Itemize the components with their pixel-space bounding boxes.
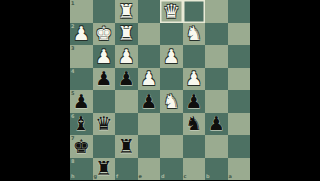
square-e6[interactable] xyxy=(138,113,161,136)
square-c2[interactable]: ♞ xyxy=(183,23,206,46)
white-king-piece[interactable]: ♚ xyxy=(93,23,116,46)
file-label-h: h xyxy=(71,174,75,179)
white-pawn-piece[interactable]: ♟ xyxy=(183,68,206,91)
square-d4[interactable] xyxy=(160,68,183,91)
square-c7[interactable] xyxy=(183,135,206,158)
black-rook-piece[interactable]: ♜ xyxy=(93,158,116,181)
square-a6[interactable] xyxy=(228,113,251,136)
square-f7[interactable]: ♜ xyxy=(115,135,138,158)
square-g8[interactable]: g♜ xyxy=(93,158,116,181)
square-e3[interactable] xyxy=(138,45,161,68)
white-rook-piece[interactable]: ♜ xyxy=(115,23,138,46)
square-g1[interactable] xyxy=(93,0,116,23)
file-label-d: d xyxy=(161,174,165,179)
white-pawn-piece[interactable]: ♟ xyxy=(160,45,183,68)
black-rook-piece[interactable]: ♜ xyxy=(115,135,138,158)
square-e1[interactable] xyxy=(138,0,161,23)
square-g7[interactable] xyxy=(93,135,116,158)
square-a4[interactable] xyxy=(228,68,251,91)
square-a7[interactable] xyxy=(228,135,251,158)
black-pawn-piece[interactable]: ♟ xyxy=(205,113,228,136)
letterbox-right xyxy=(250,0,320,180)
square-h8[interactable]: 8h xyxy=(70,158,93,181)
chess-board: 1♜♛2♟♚♜♞3♟♟♟4♟♟♟♟5♟♟♞♟6♝♛♞♟7♚♜8hg♜fedcba xyxy=(70,0,250,180)
square-e5[interactable]: ♟ xyxy=(138,90,161,113)
square-g5[interactable] xyxy=(93,90,116,113)
square-b7[interactable] xyxy=(205,135,228,158)
square-d6[interactable] xyxy=(160,113,183,136)
square-e7[interactable] xyxy=(138,135,161,158)
square-b8[interactable]: b xyxy=(205,158,228,181)
white-queen-piece[interactable]: ♛ xyxy=(160,0,183,23)
black-knight-piece[interactable]: ♞ xyxy=(183,113,206,136)
white-pawn-piece[interactable]: ♟ xyxy=(138,68,161,91)
video-frame: 1♜♛2♟♚♜♞3♟♟♟4♟♟♟♟5♟♟♞♟6♝♛♞♟7♚♜8hg♜fedcba xyxy=(0,0,320,180)
square-b3[interactable] xyxy=(205,45,228,68)
black-bishop-piece[interactable]: ♝ xyxy=(70,113,93,136)
white-knight-piece[interactable]: ♞ xyxy=(160,90,183,113)
square-c6[interactable]: ♞ xyxy=(183,113,206,136)
black-pawn-piece[interactable]: ♟ xyxy=(138,90,161,113)
square-d1[interactable]: ♛ xyxy=(160,0,183,23)
file-label-e: e xyxy=(139,174,142,179)
square-a5[interactable] xyxy=(228,90,251,113)
square-f6[interactable] xyxy=(115,113,138,136)
black-pawn-piece[interactable]: ♟ xyxy=(93,68,116,91)
square-d5[interactable]: ♞ xyxy=(160,90,183,113)
square-h2[interactable]: 2♟ xyxy=(70,23,93,46)
square-f4[interactable]: ♟ xyxy=(115,68,138,91)
white-knight-piece[interactable]: ♞ xyxy=(183,23,206,46)
square-g2[interactable]: ♚ xyxy=(93,23,116,46)
white-pawn-piece[interactable]: ♟ xyxy=(70,23,93,46)
square-a1[interactable] xyxy=(228,0,251,23)
square-e2[interactable] xyxy=(138,23,161,46)
black-pawn-piece[interactable]: ♟ xyxy=(183,90,206,113)
square-b5[interactable] xyxy=(205,90,228,113)
square-b2[interactable] xyxy=(205,23,228,46)
square-d8[interactable]: d xyxy=(160,158,183,181)
square-a2[interactable] xyxy=(228,23,251,46)
square-f2[interactable]: ♜ xyxy=(115,23,138,46)
square-f5[interactable] xyxy=(115,90,138,113)
square-d3[interactable]: ♟ xyxy=(160,45,183,68)
black-king-piece[interactable]: ♚ xyxy=(70,135,93,158)
white-pawn-piece[interactable]: ♟ xyxy=(93,45,116,68)
square-c3[interactable] xyxy=(183,45,206,68)
square-d2[interactable] xyxy=(160,23,183,46)
square-h3[interactable]: 3 xyxy=(70,45,93,68)
rank-label-4: 4 xyxy=(71,69,74,74)
square-e4[interactable]: ♟ xyxy=(138,68,161,91)
square-h5[interactable]: 5♟ xyxy=(70,90,93,113)
file-label-a: a xyxy=(229,174,232,179)
square-c8[interactable]: c xyxy=(183,158,206,181)
square-f3[interactable]: ♟ xyxy=(115,45,138,68)
square-h4[interactable]: 4 xyxy=(70,68,93,91)
square-b6[interactable]: ♟ xyxy=(205,113,228,136)
square-h6[interactable]: 6♝ xyxy=(70,113,93,136)
file-label-f: f xyxy=(116,174,118,179)
square-a3[interactable] xyxy=(228,45,251,68)
file-label-c: c xyxy=(184,174,187,179)
square-e8[interactable]: e xyxy=(138,158,161,181)
square-h1[interactable]: 1 xyxy=(70,0,93,23)
white-pawn-piece[interactable]: ♟ xyxy=(115,45,138,68)
square-h7[interactable]: 7♚ xyxy=(70,135,93,158)
square-a8[interactable]: a xyxy=(228,158,251,181)
black-queen-piece[interactable]: ♛ xyxy=(93,113,116,136)
square-f8[interactable]: f xyxy=(115,158,138,181)
square-d7[interactable] xyxy=(160,135,183,158)
rank-label-8: 8 xyxy=(71,159,74,164)
letterbox-left xyxy=(0,0,70,180)
square-b4[interactable] xyxy=(205,68,228,91)
square-f1[interactable]: ♜ xyxy=(115,0,138,23)
square-g3[interactable]: ♟ xyxy=(93,45,116,68)
white-rook-piece[interactable]: ♜ xyxy=(115,0,138,23)
square-c1[interactable] xyxy=(183,0,206,23)
file-label-b: b xyxy=(206,174,210,179)
square-b1[interactable] xyxy=(205,0,228,23)
square-g6[interactable]: ♛ xyxy=(93,113,116,136)
black-pawn-piece[interactable]: ♟ xyxy=(115,68,138,91)
square-g4[interactable]: ♟ xyxy=(93,68,116,91)
rank-label-3: 3 xyxy=(71,46,74,51)
square-c5[interactable]: ♟ xyxy=(183,90,206,113)
square-c4[interactable]: ♟ xyxy=(183,68,206,91)
rank-label-1: 1 xyxy=(71,1,74,6)
black-pawn-piece[interactable]: ♟ xyxy=(70,90,93,113)
